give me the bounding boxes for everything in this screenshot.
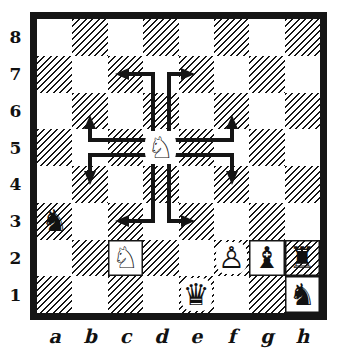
chess-diagram: 87654321 ♘♞♘♙♝♜♛♞ abcdefgh xyxy=(0,0,346,353)
file-labels: abcdefgh xyxy=(37,322,320,350)
file-label-c: c xyxy=(108,322,143,350)
board-frame: ♘♞♘♙♝♜♛♞ xyxy=(30,12,327,320)
black-bishop-g2: ♝ xyxy=(249,240,284,277)
black-queen-e1: ♛ xyxy=(179,276,214,313)
bishop-icon: ♝ xyxy=(253,243,280,273)
file-label-b: b xyxy=(72,322,107,350)
rank-labels: 87654321 xyxy=(3,19,28,313)
rank-label-3: 3 xyxy=(3,203,28,240)
black-knight-h1: ♞ xyxy=(285,276,320,313)
white-knight-d5: ♘ xyxy=(143,129,178,166)
queen-icon: ♛ xyxy=(183,280,210,310)
file-label-d: d xyxy=(143,322,178,350)
knight-icon: ♘ xyxy=(147,133,174,163)
rank-label-8: 8 xyxy=(3,19,28,56)
file-label-e: e xyxy=(179,322,214,350)
file-label-a: a xyxy=(37,322,72,350)
file-label-h: h xyxy=(285,322,320,350)
rank-label-7: 7 xyxy=(3,56,28,93)
black-rook-h2: ♜ xyxy=(285,240,320,277)
file-label-f: f xyxy=(214,322,249,350)
rook-icon: ♜ xyxy=(289,243,316,273)
white-pawn-f2: ♙ xyxy=(214,240,249,277)
file-label-g: g xyxy=(249,322,284,350)
knight-icon: ♞ xyxy=(289,280,316,310)
pieces-layer: ♘♞♘♙♝♜♛♞ xyxy=(37,19,320,313)
rank-label-6: 6 xyxy=(3,93,28,130)
chess-board: ♘♞♘♙♝♜♛♞ xyxy=(37,19,320,313)
knight-icon: ♞ xyxy=(41,206,68,236)
rank-label-4: 4 xyxy=(3,166,28,203)
rank-label-2: 2 xyxy=(3,240,28,277)
rank-label-5: 5 xyxy=(3,129,28,166)
pawn-icon: ♙ xyxy=(218,243,245,273)
white-knight-c2: ♘ xyxy=(108,240,143,277)
knight-icon: ♘ xyxy=(112,243,139,273)
black-knight-a3: ♞ xyxy=(37,203,72,240)
rank-label-1: 1 xyxy=(3,276,28,313)
